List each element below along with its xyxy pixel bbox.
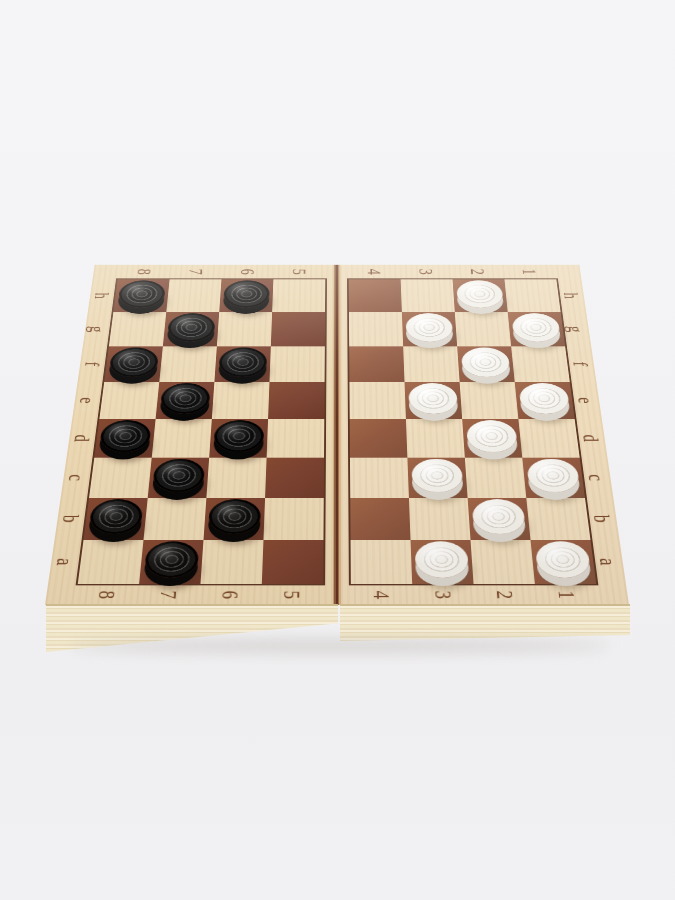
rank-label-7-top: 7 [184,257,209,287]
checker-white[interactable] [456,280,504,307]
checker-black[interactable] [108,347,159,376]
checker-black[interactable] [167,313,216,341]
file-label-e: e [58,393,118,408]
square-b3[interactable] [409,498,471,540]
square-a7[interactable] [139,540,203,584]
square-c3[interactable] [407,458,467,498]
checker-white[interactable] [471,499,526,534]
checker-white[interactable] [466,420,518,452]
square-d4[interactable] [350,419,408,458]
square-g4[interactable] [349,312,403,346]
checker-white[interactable] [408,383,458,414]
square-b8[interactable] [84,498,148,540]
square-f7[interactable] [159,346,217,382]
square-d2[interactable] [462,419,522,458]
square-c5[interactable] [265,458,324,498]
square-e3[interactable] [405,382,463,419]
rank-labels-bottom-right: 4321 [351,585,599,604]
checker-black[interactable] [208,499,261,534]
square-e7[interactable] [156,382,215,419]
rank-labels-top-right: 4321 [349,265,557,278]
square-c4[interactable] [350,458,409,498]
checker-white[interactable] [526,459,580,492]
square-c6[interactable] [206,458,266,498]
checker-white[interactable] [461,347,511,376]
square-e5[interactable] [268,382,324,419]
checker-black[interactable] [117,280,166,307]
square-h8[interactable] [113,279,169,312]
file-label-c: c [45,469,108,486]
board-half-left: 87658765hgfedcba [45,265,334,605]
square-e6[interactable] [212,382,270,419]
checker-black[interactable] [144,541,200,577]
square-c2[interactable] [465,458,526,498]
checker-black[interactable] [99,420,152,452]
checker-black[interactable] [223,280,270,307]
checker-white[interactable] [414,541,469,577]
file-label-g: g [69,322,127,336]
square-b7[interactable] [143,498,206,540]
file-label-h: h [543,289,600,303]
checker-black[interactable] [152,459,205,492]
square-f5[interactable] [269,346,324,382]
square-a1[interactable] [531,540,597,584]
rank-label-1-top: 1 [517,257,543,287]
rank-label-3-top: 3 [414,257,438,287]
square-c7[interactable] [148,458,209,498]
checker-black[interactable] [88,499,144,534]
square-g6[interactable] [217,312,272,346]
square-f4[interactable] [349,346,404,382]
square-f3[interactable] [403,346,459,382]
rank-labels-bottom-left: 8765 [75,585,323,604]
file-label-b: b [570,510,635,527]
checker-black[interactable] [160,383,211,414]
square-e2[interactable] [460,382,519,419]
square-f2[interactable] [457,346,515,382]
square-f6[interactable] [214,346,270,382]
file-label-a: a [32,553,98,571]
square-a3[interactable] [411,540,474,584]
square-e1[interactable] [515,382,575,419]
square-b6[interactable] [203,498,265,540]
square-b5[interactable] [263,498,323,540]
square-b2[interactable] [468,498,531,540]
square-f8[interactable] [104,346,163,382]
checker-white[interactable] [511,313,561,341]
box-shadow [70,640,610,652]
file-label-d: d [561,430,623,446]
square-g3[interactable] [402,312,457,346]
square-d7[interactable] [152,419,212,458]
checker-black[interactable] [213,420,264,452]
square-d3[interactable] [406,419,465,458]
square-g7[interactable] [163,312,219,346]
checker-white[interactable] [411,459,463,492]
rank-labels-top-left: 8765 [118,265,326,278]
square-h2[interactable] [453,279,508,312]
square-d5[interactable] [267,419,325,458]
square-g5[interactable] [271,312,325,346]
checker-black[interactable] [218,347,267,376]
photo-background: 87658765hgfedcba 43214321hgfedcba [0,0,675,900]
square-g2[interactable] [455,312,511,346]
square-e4[interactable] [349,382,405,419]
board: 87658765hgfedcba 43214321hgfedcba [45,265,629,605]
rank-label-4-top: 4 [363,257,386,287]
square-g1[interactable] [508,312,565,346]
file-label-f: f [552,357,611,372]
square-d6[interactable] [209,419,268,458]
board-half-right: 43214321hgfedcba [340,265,629,605]
square-b4[interactable] [350,498,410,540]
square-c1[interactable] [522,458,585,498]
rank-label-5-top: 5 [288,257,311,287]
checker-white[interactable] [534,541,591,577]
square-d8[interactable] [94,419,155,458]
square-h6[interactable] [219,279,273,312]
checker-white[interactable] [405,313,453,341]
checker-white[interactable] [518,383,570,414]
